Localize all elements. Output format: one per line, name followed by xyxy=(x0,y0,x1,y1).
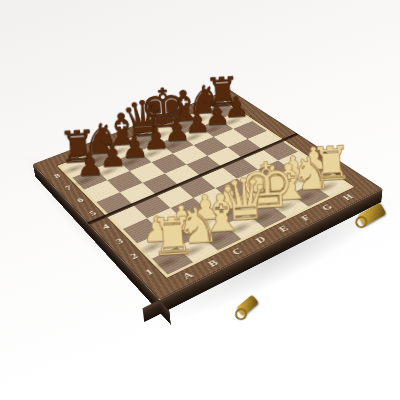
product-photo-canvas: ABCDEFGH 87654321 ♜♞♝♛♚♝♞♜♟♟♟♟♟♟♟♟♟♟♟♟♟♟… xyxy=(0,0,400,400)
pawn-glyph: ♟ xyxy=(75,146,105,183)
piece-dark-pawn-a7: ♟ xyxy=(59,148,121,182)
piece-light-rook-a1: ♜ xyxy=(137,208,209,264)
board: ABCDEFGH 87654321 ♜♞♝♛♚♝♞♜♟♟♟♟♟♟♟♟♟♟♟♟♟♟… xyxy=(33,90,383,300)
rook-glyph: ♜ xyxy=(148,205,198,269)
scene: ABCDEFGH 87654321 ♜♞♝♛♚♝♞♜♟♟♟♟♟♟♟♟♟♟♟♟♟♟… xyxy=(0,0,400,400)
pieces-layer: ♜♞♝♛♚♝♞♜♟♟♟♟♟♟♟♟♟♟♟♟♟♟♟♟♜♞♝♛♚♝♞♜ xyxy=(33,90,383,300)
camera-roll: ABCDEFGH 87654321 ♜♞♝♛♚♝♞♜♟♟♟♟♟♟♟♟♟♟♟♟♟♟… xyxy=(0,0,400,400)
